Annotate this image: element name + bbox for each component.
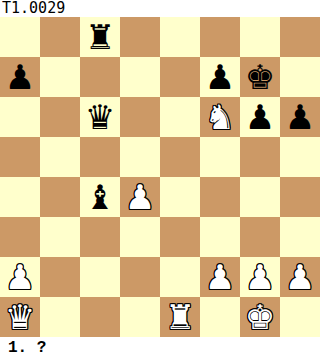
square-c8[interactable]: ♜ xyxy=(80,17,120,57)
square-d2[interactable] xyxy=(120,257,160,297)
square-c2[interactable] xyxy=(80,257,120,297)
square-c7[interactable] xyxy=(80,57,120,97)
square-a1[interactable]: ♛ xyxy=(0,297,40,337)
square-e7[interactable] xyxy=(160,57,200,97)
square-f5[interactable] xyxy=(200,137,240,177)
white-pawn: ♟ xyxy=(205,257,235,297)
square-a8[interactable] xyxy=(0,17,40,57)
square-f2[interactable]: ♟ xyxy=(200,257,240,297)
square-a3[interactable] xyxy=(0,217,40,257)
square-h2[interactable]: ♟ xyxy=(280,257,320,297)
black-pawn: ♟ xyxy=(5,57,35,97)
square-b1[interactable] xyxy=(40,297,80,337)
square-c6[interactable]: ♛ xyxy=(80,97,120,137)
square-b3[interactable] xyxy=(40,217,80,257)
square-d5[interactable] xyxy=(120,137,160,177)
square-h4[interactable] xyxy=(280,177,320,217)
square-b6[interactable] xyxy=(40,97,80,137)
white-pawn: ♟ xyxy=(245,257,275,297)
square-h6[interactable]: ♟ xyxy=(280,97,320,137)
square-g1[interactable]: ♚ xyxy=(240,297,280,337)
white-pawn: ♟ xyxy=(125,177,155,217)
square-e8[interactable] xyxy=(160,17,200,57)
square-h7[interactable] xyxy=(280,57,320,97)
square-b5[interactable] xyxy=(40,137,80,177)
square-c1[interactable] xyxy=(80,297,120,337)
square-b2[interactable] xyxy=(40,257,80,297)
square-f6[interactable]: ♞ xyxy=(200,97,240,137)
square-d7[interactable] xyxy=(120,57,160,97)
square-f8[interactable] xyxy=(200,17,240,57)
square-d6[interactable] xyxy=(120,97,160,137)
square-e3[interactable] xyxy=(160,217,200,257)
square-g8[interactable] xyxy=(240,17,280,57)
square-e2[interactable] xyxy=(160,257,200,297)
square-c5[interactable] xyxy=(80,137,120,177)
black-pawn: ♟ xyxy=(285,97,315,137)
square-b4[interactable] xyxy=(40,177,80,217)
square-d3[interactable] xyxy=(120,217,160,257)
square-d1[interactable] xyxy=(120,297,160,337)
square-e4[interactable] xyxy=(160,177,200,217)
square-b7[interactable] xyxy=(40,57,80,97)
square-f3[interactable] xyxy=(200,217,240,257)
square-f7[interactable]: ♟ xyxy=(200,57,240,97)
square-a5[interactable] xyxy=(0,137,40,177)
white-pawn: ♟ xyxy=(285,257,315,297)
black-king: ♚ xyxy=(245,57,275,97)
square-g4[interactable] xyxy=(240,177,280,217)
square-a2[interactable]: ♟ xyxy=(0,257,40,297)
black-rook: ♜ xyxy=(85,17,115,57)
white-king: ♚ xyxy=(245,297,275,337)
square-g2[interactable]: ♟ xyxy=(240,257,280,297)
square-d8[interactable] xyxy=(120,17,160,57)
black-pawn: ♟ xyxy=(245,97,275,137)
square-e5[interactable] xyxy=(160,137,200,177)
black-queen: ♛ xyxy=(85,97,115,137)
black-pawn: ♟ xyxy=(205,57,235,97)
square-f1[interactable] xyxy=(200,297,240,337)
square-b8[interactable] xyxy=(40,17,80,57)
square-c4[interactable]: ♝ xyxy=(80,177,120,217)
square-g3[interactable] xyxy=(240,217,280,257)
square-a7[interactable]: ♟ xyxy=(0,57,40,97)
white-rook: ♜ xyxy=(165,297,195,337)
square-d4[interactable]: ♟ xyxy=(120,177,160,217)
square-f4[interactable] xyxy=(200,177,240,217)
white-queen: ♛ xyxy=(5,297,35,337)
square-g6[interactable]: ♟ xyxy=(240,97,280,137)
white-pawn: ♟ xyxy=(5,257,35,297)
puzzle-id-title: T1.0029 xyxy=(0,0,320,17)
square-h1[interactable] xyxy=(280,297,320,337)
square-g7[interactable]: ♚ xyxy=(240,57,280,97)
square-a4[interactable] xyxy=(0,177,40,217)
square-c3[interactable] xyxy=(80,217,120,257)
square-e1[interactable]: ♜ xyxy=(160,297,200,337)
square-h8[interactable] xyxy=(280,17,320,57)
black-bishop: ♝ xyxy=(85,177,115,217)
square-h5[interactable] xyxy=(280,137,320,177)
white-knight: ♞ xyxy=(205,97,235,137)
move-prompt: 1. ? xyxy=(0,337,320,360)
square-e6[interactable] xyxy=(160,97,200,137)
square-g5[interactable] xyxy=(240,137,280,177)
chess-board: ♜♟♟♚♛♞♟♟♝♟♟♟♟♟♛♜♚ xyxy=(0,17,320,337)
square-a6[interactable] xyxy=(0,97,40,137)
square-h3[interactable] xyxy=(280,217,320,257)
